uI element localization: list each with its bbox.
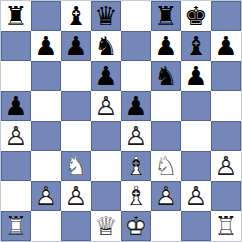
square-c2[interactable]: ♟♙ <box>61 181 91 211</box>
square-a5[interactable]: ♟ <box>1 91 31 121</box>
square-a8[interactable]: ♜ <box>1 1 31 31</box>
square-b3[interactable] <box>31 151 61 181</box>
square-g6[interactable]: ♟ <box>181 61 211 91</box>
square-h7[interactable]: ♟ <box>211 31 241 61</box>
square-d5[interactable]: ♟♙ <box>91 91 121 121</box>
square-c4[interactable] <box>61 121 91 151</box>
black-bishop-icon: ♝ <box>61 1 91 31</box>
square-g2[interactable]: ♟♙ <box>181 181 211 211</box>
white-queen-icon: ♛♕ <box>91 211 121 241</box>
square-a2[interactable] <box>1 181 31 211</box>
square-d1[interactable]: ♛♕ <box>91 211 121 241</box>
square-g5[interactable] <box>181 91 211 121</box>
white-pawn-icon: ♟♙ <box>181 181 211 211</box>
black-pawn-icon: ♟ <box>211 31 241 61</box>
square-g3[interactable] <box>181 151 211 181</box>
black-rook-icon: ♜ <box>1 1 31 31</box>
black-knight-icon: ♞ <box>151 61 181 91</box>
black-pawn-icon: ♟ <box>1 91 31 121</box>
square-b1[interactable] <box>31 211 61 241</box>
square-d8[interactable]: ♛ <box>91 1 121 31</box>
square-f8[interactable]: ♜ <box>151 1 181 31</box>
square-f7[interactable]: ♟ <box>151 31 181 61</box>
square-c8[interactable]: ♝ <box>61 1 91 31</box>
square-g7[interactable]: ♝ <box>181 31 211 61</box>
black-queen-icon: ♛ <box>91 1 121 31</box>
square-c3[interactable]: ♞♘ <box>61 151 91 181</box>
square-d3[interactable] <box>91 151 121 181</box>
white-knight-icon: ♞♘ <box>151 151 181 181</box>
black-pawn-icon: ♟ <box>91 61 121 91</box>
square-d2[interactable] <box>91 181 121 211</box>
square-f1[interactable] <box>151 211 181 241</box>
square-e1[interactable]: ♚♔ <box>121 211 151 241</box>
square-c7[interactable]: ♟ <box>61 31 91 61</box>
square-a1[interactable]: ♜♖ <box>1 211 31 241</box>
white-knight-icon: ♞♘ <box>61 151 91 181</box>
white-pawn-icon: ♟♙ <box>1 121 31 151</box>
square-a3[interactable] <box>1 151 31 181</box>
square-f4[interactable] <box>151 121 181 151</box>
square-a6[interactable] <box>1 61 31 91</box>
square-f3[interactable]: ♞♘ <box>151 151 181 181</box>
square-f5[interactable] <box>151 91 181 121</box>
black-pawn-icon: ♟ <box>31 31 61 61</box>
square-h3[interactable]: ♟♙ <box>211 151 241 181</box>
square-e6[interactable] <box>121 61 151 91</box>
white-pawn-icon: ♟♙ <box>211 151 241 181</box>
black-pawn-icon: ♟ <box>181 61 211 91</box>
square-e4[interactable]: ♟♙ <box>121 121 151 151</box>
square-h5[interactable] <box>211 91 241 121</box>
square-g8[interactable]: ♚ <box>181 1 211 31</box>
white-rook-icon: ♜♖ <box>211 211 241 241</box>
square-d4[interactable] <box>91 121 121 151</box>
square-f6[interactable]: ♞ <box>151 61 181 91</box>
square-e5[interactable]: ♟ <box>121 91 151 121</box>
chess-board: ♜♝♛♜♚♟♟♞♟♝♟♟♞♟♟♟♙♟♟♙♟♙♞♘♝♗♞♘♟♙♟♙♟♙♝♗♟♙♟♙… <box>0 0 242 242</box>
black-pawn-icon: ♟ <box>61 31 91 61</box>
white-pawn-icon: ♟♙ <box>61 181 91 211</box>
square-b4[interactable] <box>31 121 61 151</box>
square-h6[interactable] <box>211 61 241 91</box>
square-e2[interactable]: ♝♗ <box>121 181 151 211</box>
square-d7[interactable]: ♞ <box>91 31 121 61</box>
square-c5[interactable] <box>61 91 91 121</box>
black-pawn-icon: ♟ <box>151 31 181 61</box>
white-pawn-icon: ♟♙ <box>121 121 151 151</box>
square-h8[interactable] <box>211 1 241 31</box>
square-d6[interactable]: ♟ <box>91 61 121 91</box>
white-king-icon: ♚♔ <box>121 211 151 241</box>
square-c6[interactable] <box>61 61 91 91</box>
white-pawn-icon: ♟♙ <box>91 91 121 121</box>
square-e8[interactable] <box>121 1 151 31</box>
square-b7[interactable]: ♟ <box>31 31 61 61</box>
square-e3[interactable]: ♝♗ <box>121 151 151 181</box>
black-knight-icon: ♞ <box>91 31 121 61</box>
square-b6[interactable] <box>31 61 61 91</box>
square-h4[interactable] <box>211 121 241 151</box>
square-b5[interactable] <box>31 91 61 121</box>
black-pawn-icon: ♟ <box>121 91 151 121</box>
square-g1[interactable] <box>181 211 211 241</box>
square-c1[interactable] <box>61 211 91 241</box>
white-pawn-icon: ♟♙ <box>31 181 61 211</box>
square-h2[interactable] <box>211 181 241 211</box>
square-e7[interactable] <box>121 31 151 61</box>
square-g4[interactable] <box>181 121 211 151</box>
square-f2[interactable]: ♟♙ <box>151 181 181 211</box>
white-bishop-icon: ♝♗ <box>121 181 151 211</box>
square-a7[interactable] <box>1 31 31 61</box>
square-b2[interactable]: ♟♙ <box>31 181 61 211</box>
square-b8[interactable] <box>31 1 61 31</box>
black-rook-icon: ♜ <box>151 1 181 31</box>
black-king-icon: ♚ <box>181 1 211 31</box>
white-bishop-icon: ♝♗ <box>121 151 151 181</box>
square-h1[interactable]: ♜♖ <box>211 211 241 241</box>
black-bishop-icon: ♝ <box>181 31 211 61</box>
white-rook-icon: ♜♖ <box>1 211 31 241</box>
white-pawn-icon: ♟♙ <box>151 181 181 211</box>
square-a4[interactable]: ♟♙ <box>1 121 31 151</box>
